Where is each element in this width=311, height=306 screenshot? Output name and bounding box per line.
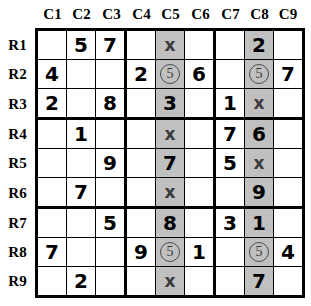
cell-R7C1 bbox=[38, 209, 67, 238]
cell-R3C8: x bbox=[245, 89, 274, 120]
circled-candidate-5: 5 bbox=[160, 64, 180, 84]
cell-R9C8: 7 bbox=[245, 267, 274, 295]
x-elimination-mark: x bbox=[254, 155, 265, 172]
x-elimination-mark: x bbox=[165, 126, 176, 143]
given-digit: 6 bbox=[192, 64, 206, 84]
cell-R9C2: 2 bbox=[67, 267, 96, 295]
cell-R5C6 bbox=[185, 149, 216, 178]
row-label-R4: R4 bbox=[8, 126, 26, 143]
row-label-R5: R5 bbox=[8, 155, 26, 172]
cell-R7C8: 1 bbox=[245, 209, 274, 238]
given-digit: 7 bbox=[163, 153, 177, 173]
cell-R5C1 bbox=[38, 149, 67, 178]
cell-R1C9 bbox=[274, 31, 302, 60]
col-label-C5: C5 bbox=[161, 6, 179, 23]
cell-R1C1 bbox=[38, 31, 67, 60]
cell-R6C4 bbox=[127, 178, 156, 209]
cell-R5C4 bbox=[127, 149, 156, 178]
given-digit: 3 bbox=[163, 93, 177, 113]
cell-R1C5: x bbox=[156, 31, 185, 60]
cell-R7C5: 8 bbox=[156, 209, 185, 238]
col-label-C4: C4 bbox=[132, 6, 150, 23]
cell-R9C9 bbox=[274, 267, 302, 295]
sudoku-board: 57x24256572831x1x76975x7x958317951542x7 bbox=[35, 28, 305, 298]
cell-R7C3: 5 bbox=[96, 209, 127, 238]
cell-R2C8: 5 bbox=[245, 60, 274, 89]
given-digit: 2 bbox=[74, 271, 88, 291]
cell-R4C1 bbox=[38, 120, 67, 149]
given-digit: 7 bbox=[103, 35, 117, 55]
cell-R4C7: 7 bbox=[216, 120, 245, 149]
cell-R6C7 bbox=[216, 178, 245, 209]
cell-R1C3: 7 bbox=[96, 31, 127, 60]
cell-R7C2 bbox=[67, 209, 96, 238]
cell-R5C5: 7 bbox=[156, 149, 185, 178]
given-digit: 1 bbox=[192, 242, 206, 262]
given-digit: 2 bbox=[134, 64, 148, 84]
given-digit: 2 bbox=[45, 93, 59, 113]
cell-R5C2 bbox=[67, 149, 96, 178]
cell-R2C7 bbox=[216, 60, 245, 89]
cell-R9C5: x bbox=[156, 267, 185, 295]
cell-R4C2: 1 bbox=[67, 120, 96, 149]
cell-R6C1 bbox=[38, 178, 67, 209]
cell-R3C9 bbox=[274, 89, 302, 120]
cell-R3C4 bbox=[127, 89, 156, 120]
col-label-C3: C3 bbox=[102, 6, 120, 23]
given-digit: 8 bbox=[103, 93, 117, 113]
cell-R4C6 bbox=[185, 120, 216, 149]
row-headers: R1R2R3R4R5R6R7R8R9 bbox=[0, 28, 35, 298]
cell-R7C7: 3 bbox=[216, 209, 245, 238]
given-digit: 7 bbox=[223, 124, 237, 144]
cell-R8C9: 4 bbox=[274, 238, 302, 267]
given-digit: 5 bbox=[223, 153, 237, 173]
circled-candidate-5: 5 bbox=[249, 242, 269, 262]
given-digit: 1 bbox=[252, 213, 266, 233]
given-digit: 6 bbox=[252, 124, 266, 144]
cell-R8C7 bbox=[216, 238, 245, 267]
cell-R4C8: 6 bbox=[245, 120, 274, 149]
cell-R3C2 bbox=[67, 89, 96, 120]
cell-R4C4 bbox=[127, 120, 156, 149]
cell-R8C1: 7 bbox=[38, 238, 67, 267]
cell-R8C2 bbox=[67, 238, 96, 267]
cell-R7C6 bbox=[185, 209, 216, 238]
col-label-C7: C7 bbox=[221, 6, 239, 23]
sudoku-diagram: C1C2C3C4C5C6C7C8C9 R1R2R3R4R5R6R7R8R9 57… bbox=[0, 0, 305, 298]
cell-R3C1: 2 bbox=[38, 89, 67, 120]
given-digit: 9 bbox=[134, 242, 148, 262]
corner-spacer bbox=[0, 0, 35, 28]
given-digit: 1 bbox=[223, 93, 237, 113]
cell-R9C4 bbox=[127, 267, 156, 295]
cell-R8C3 bbox=[96, 238, 127, 267]
cell-R7C9 bbox=[274, 209, 302, 238]
col-label-C8: C8 bbox=[250, 6, 268, 23]
given-digit: 2 bbox=[252, 35, 266, 55]
cell-R6C5: x bbox=[156, 178, 185, 209]
given-digit: 8 bbox=[163, 213, 177, 233]
cell-R2C4: 2 bbox=[127, 60, 156, 89]
cell-R8C5: 5 bbox=[156, 238, 185, 267]
circled-candidate-5: 5 bbox=[160, 242, 180, 262]
x-elimination-mark: x bbox=[254, 95, 265, 112]
given-digit: 5 bbox=[103, 213, 117, 233]
given-digit: 7 bbox=[45, 242, 59, 262]
x-elimination-mark: x bbox=[165, 37, 176, 54]
cell-R4C9 bbox=[274, 120, 302, 149]
cell-R1C6 bbox=[185, 31, 216, 60]
column-headers: C1C2C3C4C5C6C7C8C9 bbox=[35, 0, 305, 28]
cell-R2C6: 6 bbox=[185, 60, 216, 89]
cell-R9C3 bbox=[96, 267, 127, 295]
x-elimination-mark: x bbox=[165, 184, 176, 201]
row-label-R9: R9 bbox=[8, 273, 26, 290]
cell-R1C4 bbox=[127, 31, 156, 60]
col-label-C6: C6 bbox=[191, 6, 209, 23]
given-digit: 9 bbox=[252, 182, 266, 202]
given-digit: 4 bbox=[45, 64, 59, 84]
cell-R6C6 bbox=[185, 178, 216, 209]
circled-candidate-5: 5 bbox=[249, 64, 269, 84]
col-label-C1: C1 bbox=[43, 6, 61, 23]
given-digit: 7 bbox=[281, 64, 295, 84]
cell-R5C8: x bbox=[245, 149, 274, 178]
cell-R6C3 bbox=[96, 178, 127, 209]
row-label-R7: R7 bbox=[8, 215, 26, 232]
cell-R2C5: 5 bbox=[156, 60, 185, 89]
cell-R3C5: 3 bbox=[156, 89, 185, 120]
x-elimination-mark: x bbox=[165, 273, 176, 290]
cell-R3C6 bbox=[185, 89, 216, 120]
cell-R5C3: 9 bbox=[96, 149, 127, 178]
cell-R2C1: 4 bbox=[38, 60, 67, 89]
given-digit: 3 bbox=[223, 213, 237, 233]
cell-R4C5: x bbox=[156, 120, 185, 149]
col-label-C9: C9 bbox=[279, 6, 297, 23]
cell-R1C2: 5 bbox=[67, 31, 96, 60]
cell-R1C8: 2 bbox=[245, 31, 274, 60]
row-label-R1: R1 bbox=[8, 37, 26, 54]
given-digit: 7 bbox=[74, 182, 88, 202]
row-label-R8: R8 bbox=[8, 244, 26, 261]
given-digit: 5 bbox=[74, 35, 88, 55]
cell-R6C9 bbox=[274, 178, 302, 209]
cell-R2C9: 7 bbox=[274, 60, 302, 89]
cell-R9C6 bbox=[185, 267, 216, 295]
cell-R3C7: 1 bbox=[216, 89, 245, 120]
cell-R4C3 bbox=[96, 120, 127, 149]
cell-R5C9 bbox=[274, 149, 302, 178]
cell-R7C4 bbox=[127, 209, 156, 238]
cell-R6C2: 7 bbox=[67, 178, 96, 209]
cell-R1C7 bbox=[216, 31, 245, 60]
cell-R2C2 bbox=[67, 60, 96, 89]
cell-R8C6: 1 bbox=[185, 238, 216, 267]
given-digit: 1 bbox=[74, 124, 88, 144]
given-digit: 7 bbox=[252, 271, 266, 291]
cell-R9C1 bbox=[38, 267, 67, 295]
row-label-R3: R3 bbox=[8, 96, 26, 113]
col-label-C2: C2 bbox=[72, 6, 90, 23]
cell-R9C7 bbox=[216, 267, 245, 295]
cell-R3C3: 8 bbox=[96, 89, 127, 120]
cell-R8C8: 5 bbox=[245, 238, 274, 267]
cell-R8C4: 9 bbox=[127, 238, 156, 267]
cell-R2C3 bbox=[96, 60, 127, 89]
row-label-R2: R2 bbox=[8, 66, 26, 83]
row-label-R6: R6 bbox=[8, 185, 26, 202]
given-digit: 4 bbox=[281, 242, 295, 262]
given-digit: 9 bbox=[103, 153, 117, 173]
cell-R6C8: 9 bbox=[245, 178, 274, 209]
cell-R5C7: 5 bbox=[216, 149, 245, 178]
